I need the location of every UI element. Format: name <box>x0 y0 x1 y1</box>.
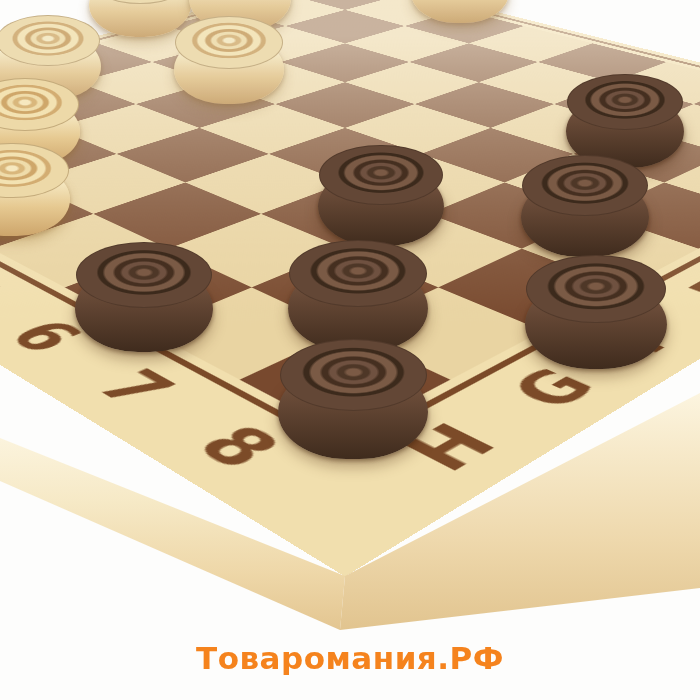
piece-top-rings <box>289 240 426 307</box>
dark-piece-d6[interactable] <box>566 74 684 168</box>
dark-piece-h6[interactable] <box>75 242 213 352</box>
piece-top-rings <box>522 155 647 216</box>
dark-piece-f6[interactable] <box>318 145 444 246</box>
dark-piece-g7[interactable] <box>288 240 428 352</box>
pieces-layer <box>0 0 700 700</box>
piece-top-rings <box>567 74 683 130</box>
dark-piece-f8[interactable] <box>525 255 667 369</box>
piece-top-rings <box>175 16 283 69</box>
piece-top-rings <box>319 145 442 206</box>
piece-top-rings <box>76 242 211 308</box>
light-piece-e3[interactable] <box>174 16 284 104</box>
piece-top-rings <box>280 339 427 411</box>
light-piece-h3[interactable] <box>0 143 70 236</box>
watermark-text: Товаромания.РФ <box>0 640 700 676</box>
dark-piece-h8[interactable] <box>278 339 428 459</box>
piece-body <box>411 0 509 23</box>
dark-piece-e7[interactable] <box>521 155 649 257</box>
product-photo-stage: 12345678 ABCDEFGH Товаромания.РФ <box>0 0 700 700</box>
light-piece-b2[interactable] <box>411 0 509 23</box>
piece-top-rings <box>0 15 100 66</box>
piece-top-rings <box>526 255 665 323</box>
